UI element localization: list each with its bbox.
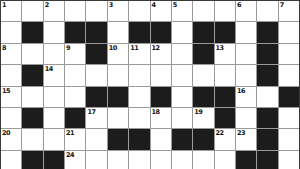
black-cell-r2c2	[22, 22, 42, 42]
cell-r4c7[interactable]	[129, 65, 149, 85]
clue-number-5: 5	[173, 1, 177, 9]
black-cell-r5c10	[193, 87, 213, 107]
clue-number-6: 6	[237, 1, 241, 9]
cell-r5c4[interactable]	[65, 87, 85, 107]
cell-r1c9[interactable]: 5	[172, 1, 192, 21]
black-cell-r5c14	[279, 87, 299, 107]
clue-number-12: 12	[152, 44, 160, 52]
black-cell-r8c2	[22, 151, 42, 169]
cell-r7c11[interactable]: 22	[215, 129, 235, 149]
black-cell-r5c8	[151, 87, 171, 107]
cell-r1c4[interactable]	[65, 1, 85, 21]
cell-r2c12[interactable]	[236, 22, 256, 42]
cell-r2c14[interactable]	[279, 22, 299, 42]
clue-number-9: 9	[66, 44, 70, 52]
cell-r6c8[interactable]: 18	[151, 108, 171, 128]
cell-r1c13[interactable]	[257, 1, 277, 21]
cell-r4c12[interactable]	[236, 65, 256, 85]
cell-r4c9[interactable]	[172, 65, 192, 85]
black-cell-r4c2	[22, 65, 42, 85]
cell-r6c1[interactable]	[1, 108, 21, 128]
black-cell-r8c3	[44, 151, 64, 169]
cell-r8c14[interactable]	[279, 151, 299, 169]
black-cell-r7c9	[172, 129, 192, 149]
cell-r1c10[interactable]	[193, 1, 213, 21]
crossword-viewport: 123456789101112131415161718192021222324	[0, 0, 300, 169]
cell-r8c6[interactable]	[108, 151, 128, 169]
clue-number-22: 22	[216, 129, 224, 137]
cell-r3c9[interactable]	[172, 44, 192, 64]
cell-r8c9[interactable]	[172, 151, 192, 169]
black-cell-r6c4	[65, 108, 85, 128]
cell-r3c7[interactable]: 11	[129, 44, 149, 64]
cell-r8c1[interactable]	[1, 151, 21, 169]
black-cell-r3c13	[257, 44, 277, 64]
cell-r5c3[interactable]	[44, 87, 64, 107]
cell-r4c10[interactable]	[193, 65, 213, 85]
cell-r3c14[interactable]	[279, 44, 299, 64]
clue-number-20: 20	[2, 129, 10, 137]
cell-r5c12[interactable]: 16	[236, 87, 256, 107]
cell-r1c11[interactable]	[215, 1, 235, 21]
black-cell-r6c2	[22, 108, 42, 128]
cell-r5c1[interactable]: 15	[1, 87, 21, 107]
cell-r5c13[interactable]	[257, 87, 277, 107]
cell-r8c7[interactable]	[129, 151, 149, 169]
cell-r4c14[interactable]	[279, 65, 299, 85]
cell-r5c9[interactable]	[172, 87, 192, 107]
cell-r7c8[interactable]	[151, 129, 171, 149]
cell-r7c3[interactable]	[44, 129, 64, 149]
cell-r6c10[interactable]: 19	[193, 108, 213, 128]
black-cell-r2c4	[65, 22, 85, 42]
cell-r1c3[interactable]: 2	[44, 1, 64, 21]
cell-r8c10[interactable]	[193, 151, 213, 169]
black-cell-r2c13	[257, 22, 277, 42]
cell-r3c6[interactable]: 10	[108, 44, 128, 64]
black-cell-r2c7	[129, 22, 149, 42]
cell-r1c5[interactable]	[86, 1, 106, 21]
cell-r6c12[interactable]	[236, 108, 256, 128]
cell-r1c12[interactable]: 6	[236, 1, 256, 21]
cell-r7c2[interactable]	[22, 129, 42, 149]
black-cell-r7c6	[108, 129, 128, 149]
cell-r8c11[interactable]	[215, 151, 235, 169]
cell-r8c4[interactable]: 24	[65, 151, 85, 169]
black-cell-r5c5	[86, 87, 106, 107]
cell-r7c12[interactable]: 23	[236, 129, 256, 149]
clue-number-4: 4	[152, 1, 156, 9]
black-cell-r3c5	[86, 44, 106, 64]
cell-r4c1[interactable]	[1, 65, 21, 85]
black-cell-r2c8	[151, 22, 171, 42]
clue-number-10: 10	[109, 44, 117, 52]
clue-number-3: 3	[109, 1, 113, 9]
black-cell-r2c11	[215, 22, 235, 42]
cell-r3c1[interactable]: 8	[1, 44, 21, 64]
cell-r5c7[interactable]	[129, 87, 149, 107]
clue-number-17: 17	[87, 108, 95, 116]
black-cell-r5c6	[108, 87, 128, 107]
cell-r1c7[interactable]	[129, 1, 149, 21]
clue-number-2: 2	[45, 1, 49, 9]
clue-number-19: 19	[194, 108, 202, 116]
clue-number-13: 13	[216, 44, 224, 52]
cell-r3c11[interactable]: 13	[215, 44, 235, 64]
clue-number-18: 18	[152, 108, 160, 116]
clue-number-16: 16	[237, 87, 245, 95]
cell-r2c1[interactable]	[1, 22, 21, 42]
cell-r6c7[interactable]	[129, 108, 149, 128]
cell-r3c2[interactable]	[22, 44, 42, 64]
clue-number-11: 11	[130, 44, 138, 52]
black-cell-r4c13	[257, 65, 277, 85]
cell-r7c14[interactable]	[279, 129, 299, 149]
cell-r1c2[interactable]	[22, 1, 42, 21]
cell-r2c9[interactable]	[172, 22, 192, 42]
black-cell-r3c10	[193, 44, 213, 64]
clue-number-21: 21	[66, 129, 74, 137]
black-cell-r6c11	[215, 108, 235, 128]
cell-r3c3[interactable]	[44, 44, 64, 64]
cell-r3c12[interactable]	[236, 44, 256, 64]
cell-r4c11[interactable]	[215, 65, 235, 85]
cell-r4c6[interactable]	[108, 65, 128, 85]
cell-r7c4[interactable]: 21	[65, 129, 85, 149]
cell-r3c4[interactable]: 9	[65, 44, 85, 64]
black-cell-r6c13	[257, 108, 277, 128]
cell-r1c8[interactable]: 4	[151, 1, 171, 21]
clue-number-24: 24	[66, 151, 74, 159]
clue-number-7: 7	[280, 1, 284, 9]
black-cell-r8c12	[236, 151, 256, 169]
clue-number-14: 14	[45, 65, 53, 73]
cell-r6c14[interactable]	[279, 108, 299, 128]
cell-r6c6[interactable]	[108, 108, 128, 128]
clue-number-1: 1	[2, 1, 6, 9]
cell-r8c8[interactable]	[151, 151, 171, 169]
cell-r6c3[interactable]	[44, 108, 64, 128]
cell-r6c5[interactable]: 17	[86, 108, 106, 128]
clue-number-15: 15	[2, 87, 10, 95]
black-cell-r7c13	[257, 129, 277, 149]
cell-r1c14[interactable]: 7	[279, 1, 299, 21]
cell-r4c3[interactable]: 14	[44, 65, 64, 85]
clue-number-8: 8	[2, 44, 6, 52]
black-cell-r2c5	[86, 22, 106, 42]
cell-r2c6[interactable]	[108, 22, 128, 42]
cell-r1c1[interactable]: 1	[1, 1, 21, 21]
black-cell-r2c10	[193, 22, 213, 42]
cell-r4c4[interactable]	[65, 65, 85, 85]
cell-r4c5[interactable]	[86, 65, 106, 85]
crossword-grid: 123456789101112131415161718192021222324	[0, 0, 300, 169]
cell-r6c9[interactable]	[172, 108, 192, 128]
cell-r1c6[interactable]: 3	[108, 1, 128, 21]
cell-r4c8[interactable]	[151, 65, 171, 85]
cell-r8c5[interactable]	[86, 151, 106, 169]
black-cell-r7c7	[129, 129, 149, 149]
black-cell-r8c13	[257, 151, 277, 169]
cell-r2c3[interactable]	[44, 22, 64, 42]
black-cell-r5c11	[215, 87, 235, 107]
cell-r3c8[interactable]: 12	[151, 44, 171, 64]
cell-r7c5[interactable]	[86, 129, 106, 149]
cell-r7c1[interactable]: 20	[1, 129, 21, 149]
clue-number-23: 23	[237, 129, 245, 137]
black-cell-r7c10	[193, 129, 213, 149]
cell-r5c2[interactable]	[22, 87, 42, 107]
